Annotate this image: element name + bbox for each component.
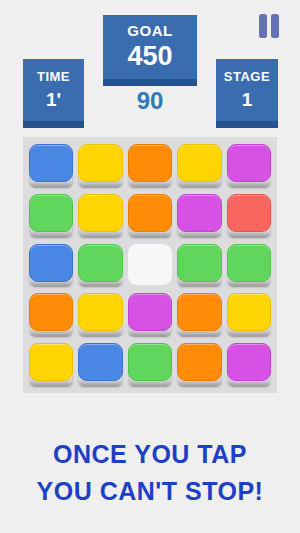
block-yellow[interactable]: [78, 293, 122, 337]
block-face: [29, 343, 73, 381]
block-face: [128, 343, 172, 381]
tagline-line-2: YOU CAN'T STOP!: [0, 473, 300, 510]
block-orange[interactable]: [128, 144, 172, 188]
block-green[interactable]: [177, 244, 221, 288]
block-face: [29, 244, 73, 282]
block-face: [128, 194, 172, 232]
block-face: [227, 194, 271, 232]
block-magenta[interactable]: [128, 293, 172, 337]
block-face: [227, 343, 271, 381]
block-face: [227, 293, 271, 331]
tagline: ONCE YOU TAP YOU CAN'T STOP!: [0, 436, 300, 510]
goal-label: GOAL: [127, 22, 172, 39]
block-face: [78, 144, 122, 182]
pause-icon: [259, 14, 267, 38]
block-face: [177, 194, 221, 232]
block-face: [128, 293, 172, 331]
pause-icon: [271, 14, 279, 38]
block-face: [29, 194, 73, 232]
block-green[interactable]: [227, 244, 271, 288]
block-orange[interactable]: [177, 343, 221, 387]
block-green[interactable]: [29, 194, 73, 238]
empty-cell-face: [128, 244, 172, 286]
block-face: [29, 293, 73, 331]
block-face: [227, 244, 271, 282]
block-face: [177, 144, 221, 182]
block-yellow[interactable]: [29, 343, 73, 387]
block-face: [128, 144, 172, 182]
block-face: [177, 343, 221, 381]
goal-panel: GOAL 450: [103, 15, 197, 86]
block-face: [177, 293, 221, 331]
block-red[interactable]: [227, 194, 271, 238]
block-yellow[interactable]: [78, 144, 122, 188]
block-face: [29, 144, 73, 182]
block-green[interactable]: [78, 244, 122, 288]
tagline-line-1: ONCE YOU TAP: [0, 436, 300, 473]
block-yellow[interactable]: [78, 194, 122, 238]
block-orange[interactable]: [177, 293, 221, 337]
block-face: [78, 343, 122, 381]
block-green[interactable]: [128, 343, 172, 387]
empty-cell: [128, 244, 172, 288]
pause-button[interactable]: [259, 14, 281, 38]
block-blue[interactable]: [78, 343, 122, 387]
block-face: [78, 244, 122, 282]
block-magenta[interactable]: [227, 343, 271, 387]
block-magenta[interactable]: [177, 194, 221, 238]
block-orange[interactable]: [29, 293, 73, 337]
block-face: [227, 144, 271, 182]
game-board: [23, 137, 277, 393]
block-yellow[interactable]: [177, 144, 221, 188]
block-magenta[interactable]: [227, 144, 271, 188]
goal-value: 450: [127, 41, 172, 72]
block-face: [78, 293, 122, 331]
block-blue[interactable]: [29, 144, 73, 188]
block-orange[interactable]: [128, 194, 172, 238]
block-face: [78, 194, 122, 232]
block-face: [177, 244, 221, 282]
time-label: TIME: [37, 69, 70, 84]
score-value: 90: [0, 87, 300, 115]
stage-label: STAGE: [224, 69, 270, 84]
block-yellow[interactable]: [227, 293, 271, 337]
block-blue[interactable]: [29, 244, 73, 288]
